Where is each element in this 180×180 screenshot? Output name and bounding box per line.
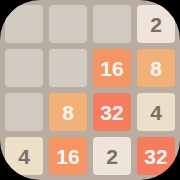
empty-cell-r1c1 [5,5,43,43]
board[interactable]: 21688324416232 [0,0,180,180]
tile-2-r1c4: 2 [137,5,175,43]
empty-cell-r1c3 [93,5,131,43]
empty-cell-r2c2 [49,49,87,87]
tile-32-r3c3: 32 [93,93,131,131]
tile-16-r4c2: 16 [49,137,87,175]
tile-4-r4c1: 4 [5,137,43,175]
tile-4-r3c4: 4 [137,93,175,131]
app-2048: 21688324416232 [0,0,180,180]
tile-8-r2c4: 8 [137,49,175,87]
empty-cell-r2c1 [5,49,43,87]
tile-2-r4c3: 2 [93,137,131,175]
tile-16-r2c3: 16 [93,49,131,87]
tile-8-r3c2: 8 [49,93,87,131]
empty-cell-r3c1 [5,93,43,131]
tile-32-r4c4: 32 [137,137,175,175]
empty-cell-r1c2 [49,5,87,43]
